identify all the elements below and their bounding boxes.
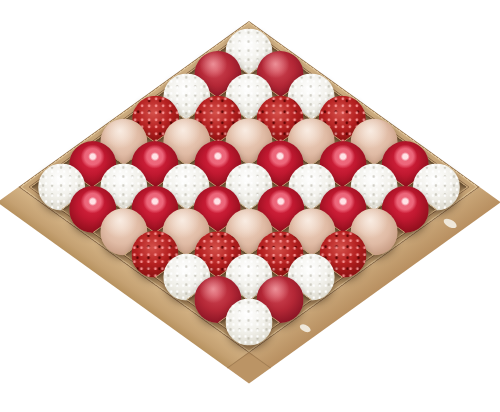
compartment-grid xyxy=(30,29,468,345)
ornament-box-photo xyxy=(0,0,500,412)
wall-sticker xyxy=(441,217,459,230)
ornament-white-glitter xyxy=(226,299,273,346)
cardboard-tray xyxy=(20,22,478,352)
wall-sticker xyxy=(298,323,313,334)
